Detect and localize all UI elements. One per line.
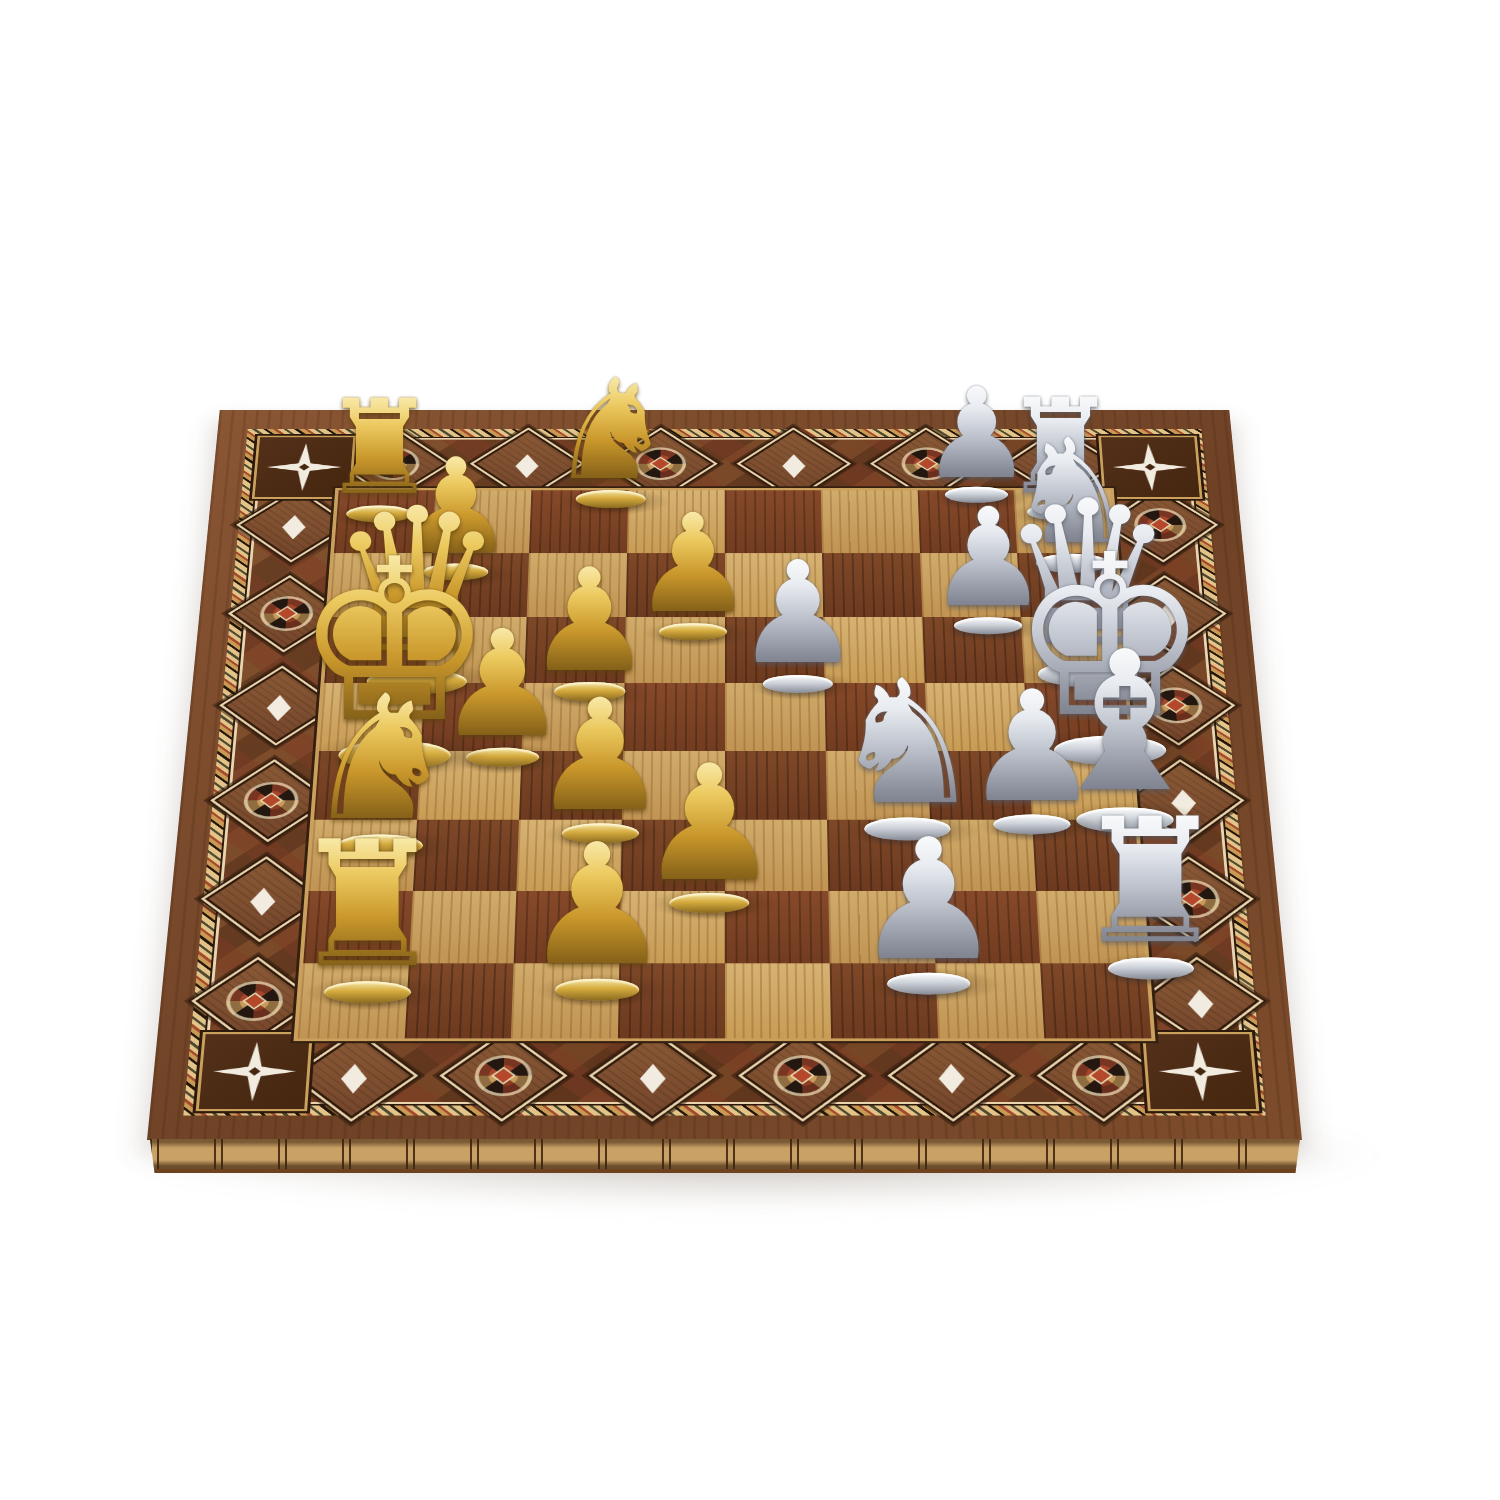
piece-black-pawn-h6[interactable]: ♟ [522, 829, 672, 1000]
piece-white-pawn-h3[interactable]: ♟ [854, 823, 1004, 994]
pieces-layer: ♟♞♜♜♞♟♟♟♛♟♛♟♚♟♚♝♟♞♟♞♟♜♟♟♜ [0, 0, 1500, 1500]
white-pawn-glyph: ♟ [854, 823, 1004, 977]
black-knight-glyph: ♞ [548, 367, 673, 495]
product-photo: ♟♞♜♜♞♟♟♟♛♟♛♟♚♟♚♝♟♞♟♞♟♜♟♟♜ [0, 0, 1500, 1500]
white-knight-glyph: ♞ [831, 664, 984, 821]
white-rook-glyph: ♜ [1073, 803, 1227, 961]
piece-white-rook-h1[interactable]: ♜ [1073, 803, 1227, 980]
black-rook-glyph: ♜ [290, 825, 446, 985]
black-pawn-glyph: ♟ [522, 829, 672, 983]
piece-black-rook-h8[interactable]: ♜ [290, 825, 446, 1004]
